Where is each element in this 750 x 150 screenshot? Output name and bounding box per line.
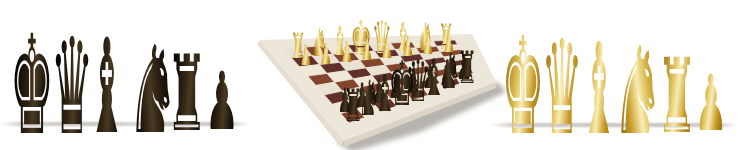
chess-sets-photo: ♜♞♝♛♚♝♞♜♟♟♟♟♟♟♟♟♟♟♟♟♟♟♟♟♜♞♝♛♚♝♞♜ ♚♛♝♞♜♟ …: [0, 0, 750, 150]
chess-board: [0, 0, 750, 150]
